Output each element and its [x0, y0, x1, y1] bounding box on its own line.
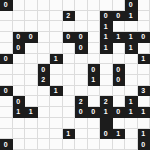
cell-r2c2[interactable]: [13, 11, 26, 22]
cell-r7c4[interactable]: 0: [38, 64, 51, 75]
cell-r7c7[interactable]: [75, 64, 88, 75]
cell-r13c11[interactable]: [125, 129, 138, 140]
cell-r9c9[interactable]: [100, 86, 113, 97]
cell-r11c10[interactable]: 0: [113, 107, 126, 118]
cell-r9c5[interactable]: 1: [50, 86, 63, 97]
cell-r3c4[interactable]: [38, 21, 51, 32]
cell-r8c5[interactable]: [50, 75, 63, 86]
cell-r1c7[interactable]: [75, 0, 88, 11]
cell-r1c10[interactable]: [113, 0, 126, 11]
cell-r3c6[interactable]: [63, 21, 76, 32]
cell-r2c3[interactable]: [25, 11, 38, 22]
cell-r1c5[interactable]: [50, 0, 63, 11]
cell-r12c8[interactable]: [88, 118, 101, 129]
cell-r13c8[interactable]: [88, 129, 101, 140]
cell-r6c6[interactable]: [63, 54, 76, 65]
cell-r2c11[interactable]: 1: [125, 11, 138, 22]
cell-r2c8[interactable]: [88, 11, 101, 22]
cell-r14c11[interactable]: [125, 139, 138, 150]
cell-r14c5[interactable]: [50, 139, 63, 150]
cell-r6c9[interactable]: [100, 54, 113, 65]
cell-r7c9[interactable]: [100, 64, 113, 75]
cell-r4c3[interactable]: 0: [25, 32, 38, 43]
cell-r3c5[interactable]: [50, 21, 63, 32]
cell-r7c11[interactable]: [125, 64, 138, 75]
cell-r5c7[interactable]: 0: [75, 43, 88, 54]
cell-r8c6[interactable]: [63, 75, 76, 86]
cell-r11c11[interactable]: 1: [125, 107, 138, 118]
cell-r3c1[interactable]: [0, 21, 13, 32]
cell-r11c3[interactable]: 1: [25, 107, 38, 118]
cell-r9c7[interactable]: [75, 86, 88, 97]
cell-r6c11[interactable]: [125, 54, 138, 65]
cell-r4c12[interactable]: 0: [138, 32, 151, 43]
cell-r13c1[interactable]: [0, 129, 13, 140]
cell-r7c10[interactable]: 0: [113, 64, 126, 75]
cell-r4c8[interactable]: [88, 32, 101, 43]
cell-r2c9[interactable]: 0: [100, 11, 113, 22]
cell-r2c6[interactable]: 2: [63, 11, 76, 22]
cell-r10c6[interactable]: [63, 96, 76, 107]
cell-r10c5[interactable]: [50, 96, 63, 107]
cell-r6c2[interactable]: [13, 54, 26, 65]
cell-r1c4[interactable]: [38, 0, 51, 11]
cell-r11c8[interactable]: 0: [88, 107, 101, 118]
cell-r4c2[interactable]: 0: [13, 32, 26, 43]
cell-r7c12[interactable]: [138, 64, 151, 75]
cell-r3c2[interactable]: [13, 21, 26, 32]
cell-r12c6[interactable]: [63, 118, 76, 129]
cell-r13c4[interactable]: [38, 129, 51, 140]
cell-r9c11[interactable]: [125, 86, 138, 97]
cell-r12c11[interactable]: [125, 118, 138, 129]
cell-r13c10[interactable]: 1: [113, 129, 126, 140]
cell-r9c10[interactable]: [113, 86, 126, 97]
cell-r9c2[interactable]: [13, 86, 26, 97]
cell-r5c4[interactable]: [38, 43, 51, 54]
cell-r6c4[interactable]: [38, 54, 51, 65]
cell-r14c1[interactable]: 0: [0, 139, 13, 150]
cell-r12c9[interactable]: [100, 118, 113, 129]
cell-r7c3[interactable]: [25, 64, 38, 75]
cell-r7c1[interactable]: [0, 64, 13, 75]
cell-r3c3[interactable]: [25, 21, 38, 32]
cell-r1c9[interactable]: [100, 0, 113, 11]
cell-r2c5[interactable]: [50, 11, 63, 22]
cell-r10c8[interactable]: [88, 96, 101, 107]
cell-r2c1[interactable]: [0, 11, 13, 22]
cell-r5c2[interactable]: 0: [13, 43, 26, 54]
cell-r14c7[interactable]: [75, 139, 88, 150]
cell-r10c4[interactable]: [38, 96, 51, 107]
cell-r12c5[interactable]: [50, 118, 63, 129]
cell-r11c7[interactable]: 0: [75, 107, 88, 118]
cell-r4c4[interactable]: [38, 32, 51, 43]
cell-r1c3[interactable]: [25, 0, 38, 11]
cell-r7c6[interactable]: [63, 64, 76, 75]
cell-r12c1[interactable]: [0, 118, 13, 129]
cell-r8c3[interactable]: [25, 75, 38, 86]
cell-r10c9[interactable]: 2: [100, 96, 113, 107]
cell-r12c12[interactable]: [138, 118, 151, 129]
cell-r12c10[interactable]: [113, 118, 126, 129]
cell-r13c9[interactable]: 0: [100, 129, 113, 140]
cell-r14c6[interactable]: [63, 139, 76, 150]
cell-r3c10[interactable]: [113, 21, 126, 32]
cell-r8c9[interactable]: [100, 75, 113, 86]
cell-r12c7[interactable]: [75, 118, 88, 129]
cell-r11c1[interactable]: [0, 107, 13, 118]
cell-r13c2[interactable]: [13, 129, 26, 140]
cell-r8c1[interactable]: [0, 75, 13, 86]
cell-r3c7[interactable]: [75, 21, 88, 32]
cell-r8c8[interactable]: 1: [88, 75, 101, 86]
cell-r1c12[interactable]: [138, 0, 151, 11]
cell-r4c9[interactable]: 1: [100, 32, 113, 43]
cell-r5c10[interactable]: [113, 43, 126, 54]
cell-r2c4[interactable]: [38, 11, 51, 22]
cell-r10c1[interactable]: [0, 96, 13, 107]
cell-r3c11[interactable]: [125, 21, 138, 32]
cell-r7c2[interactable]: [13, 64, 26, 75]
cell-r8c7[interactable]: [75, 75, 88, 86]
cell-r11c2[interactable]: 1: [13, 107, 26, 118]
cell-r12c3[interactable]: [25, 118, 38, 129]
cell-r10c10[interactable]: [113, 96, 126, 107]
cell-r9c6[interactable]: [63, 86, 76, 97]
cell-r13c12[interactable]: 1: [138, 129, 151, 140]
cell-r8c2[interactable]: [13, 75, 26, 86]
cell-r14c4[interactable]: [38, 139, 51, 150]
cell-r7c5[interactable]: [50, 64, 63, 75]
cell-r11c12[interactable]: 1: [138, 107, 151, 118]
puzzle-board: 0020011000011100011011000210013022111001…: [0, 0, 150, 150]
cell-r8c12[interactable]: [138, 75, 151, 86]
cell-r9c1[interactable]: 0: [0, 86, 13, 97]
cell-r5c3[interactable]: [25, 43, 38, 54]
cell-r10c3[interactable]: [25, 96, 38, 107]
cell-r9c8[interactable]: [88, 86, 101, 97]
cell-r6c7[interactable]: [75, 54, 88, 65]
cell-r6c5[interactable]: 1: [50, 54, 63, 65]
cell-r1c1[interactable]: 0: [0, 0, 13, 11]
cell-r11c6[interactable]: [63, 107, 76, 118]
cell-r4c5[interactable]: [50, 32, 63, 43]
cell-r10c11[interactable]: 1: [125, 96, 138, 107]
cell-r14c9[interactable]: [100, 139, 113, 150]
cell-r6c8[interactable]: [88, 54, 101, 65]
cell-r12c4[interactable]: [38, 118, 51, 129]
cell-r3c12[interactable]: [138, 21, 151, 32]
cell-r4c1[interactable]: [0, 32, 13, 43]
cell-r5c6[interactable]: [63, 43, 76, 54]
cell-r14c8[interactable]: [88, 139, 101, 150]
cell-r14c2[interactable]: [13, 139, 26, 150]
cell-r9c12[interactable]: 3: [138, 86, 151, 97]
cell-r1c2[interactable]: [13, 0, 26, 11]
cell-r13c3[interactable]: [25, 129, 38, 140]
cell-r2c7[interactable]: [75, 11, 88, 22]
cell-r5c9[interactable]: 1: [100, 43, 113, 54]
cell-r10c12[interactable]: [138, 96, 151, 107]
cell-r14c3[interactable]: [25, 139, 38, 150]
cell-r5c8[interactable]: [88, 43, 101, 54]
cell-r5c5[interactable]: [50, 43, 63, 54]
cell-r9c4[interactable]: [38, 86, 51, 97]
cell-r3c9[interactable]: 1: [100, 21, 113, 32]
cell-r9c3[interactable]: [25, 86, 38, 97]
cell-r2c12[interactable]: [138, 11, 151, 22]
cell-r13c7[interactable]: [75, 129, 88, 140]
cell-r13c6[interactable]: 1: [63, 129, 76, 140]
cell-r11c9[interactable]: 1: [100, 107, 113, 118]
cell-r6c10[interactable]: [113, 54, 126, 65]
cell-r4c10[interactable]: 1: [113, 32, 126, 43]
cell-r4c7[interactable]: 0: [75, 32, 88, 43]
cell-r1c11[interactable]: 0: [125, 0, 138, 11]
cell-r5c12[interactable]: [138, 43, 151, 54]
cell-r6c1[interactable]: 0: [0, 54, 13, 65]
cell-r10c7[interactable]: 2: [75, 96, 88, 107]
cell-r1c6[interactable]: [63, 0, 76, 11]
cell-r6c3[interactable]: [25, 54, 38, 65]
cell-r5c1[interactable]: [0, 43, 13, 54]
cell-r11c4[interactable]: [38, 107, 51, 118]
cell-r10c2[interactable]: 0: [13, 96, 26, 107]
cell-r14c10[interactable]: [113, 139, 126, 150]
cell-r4c11[interactable]: 1: [125, 32, 138, 43]
cell-r8c10[interactable]: 0: [113, 75, 126, 86]
cell-r7c8[interactable]: 0: [88, 64, 101, 75]
cell-r1c8[interactable]: [88, 0, 101, 11]
cell-r3c8[interactable]: [88, 21, 101, 32]
cell-r6c12[interactable]: 1: [138, 54, 151, 65]
cell-r14c12[interactable]: 0: [138, 139, 151, 150]
cell-r11c5[interactable]: [50, 107, 63, 118]
cell-r8c4[interactable]: 2: [38, 75, 51, 86]
cell-r13c5[interactable]: [50, 129, 63, 140]
cell-r8c11[interactable]: [125, 75, 138, 86]
cell-r2c10[interactable]: 0: [113, 11, 126, 22]
cell-r5c11[interactable]: 1: [125, 43, 138, 54]
cell-r12c2[interactable]: [13, 118, 26, 129]
cell-r4c6[interactable]: 0: [63, 32, 76, 43]
